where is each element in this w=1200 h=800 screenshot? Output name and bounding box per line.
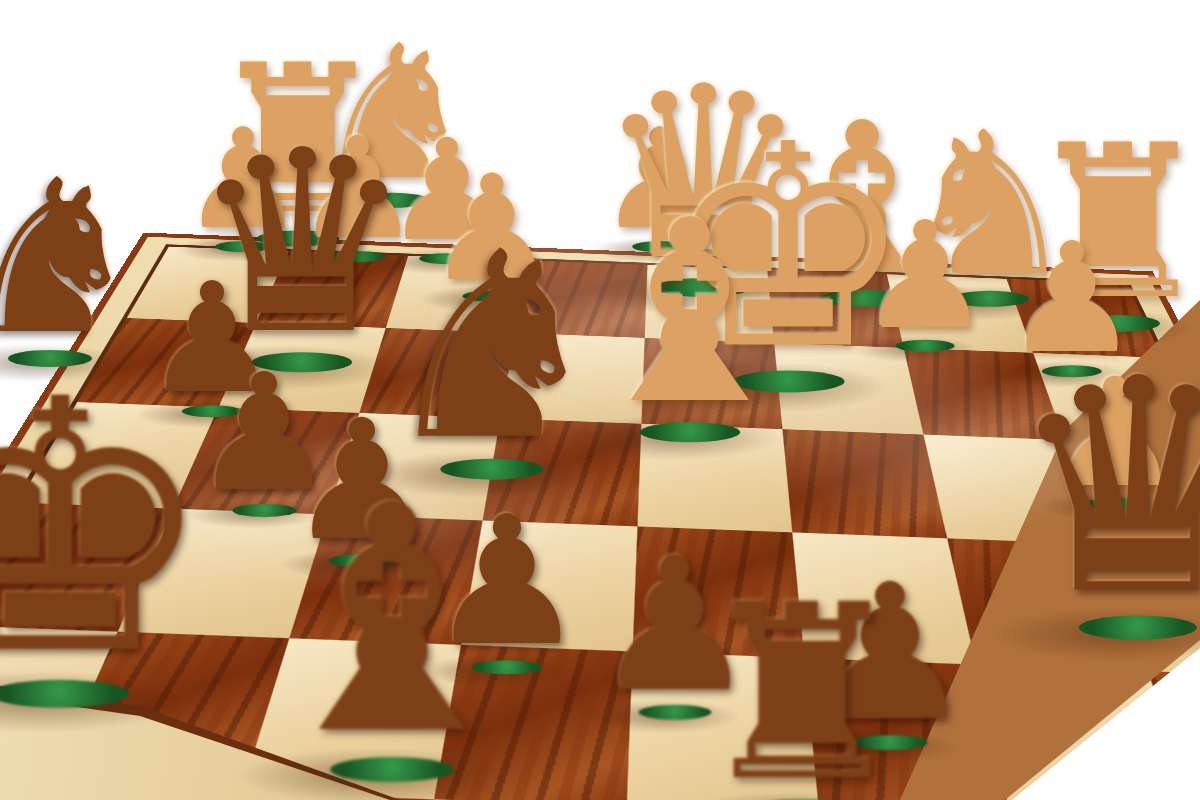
black-Q-glyph: ♛ [1006, 353, 1200, 624]
felt-pad [640, 422, 740, 442]
piece-black-B-c3: ♝ [252, 478, 532, 782]
black-B-glyph: ♝ [252, 478, 532, 765]
piece-black-R-e2: ♜ [694, 582, 911, 800]
white-B-glyph: ♝ [577, 197, 803, 429]
piece-black-K-a3: ♚ [0, 369, 216, 708]
piece-black-Q-h4: ♛ [1006, 353, 1200, 640]
felt-pad [330, 757, 454, 782]
piece-white-B-e5: ♝ [577, 197, 803, 442]
black-K-glyph: ♚ [0, 369, 216, 689]
black-R-glyph: ♜ [694, 582, 911, 800]
pieces-layer: ♟♜♞♟♟♟♟♛♚♝♝♞♟♜♟♟♞♟♛♟♟♞♟♝♟♟♜♛♚ [0, 0, 1200, 800]
chess-photo-stage: ♟♜♞♟♟♟♟♛♚♝♝♞♟♜♟♟♞♟♛♟♟♞♟♝♟♟♜♛♚ [0, 0, 1200, 800]
